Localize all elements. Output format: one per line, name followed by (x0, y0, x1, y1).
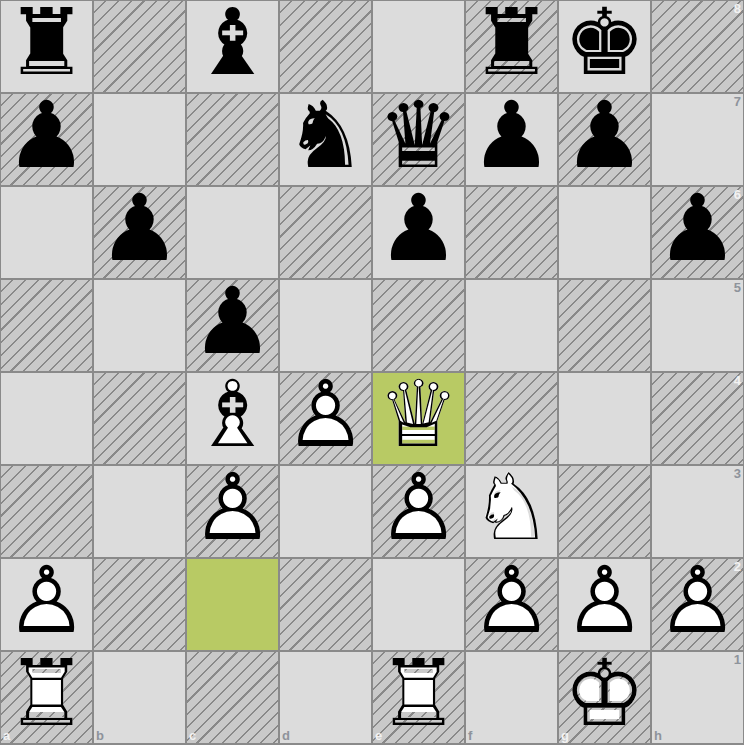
rank-label-8: 8 (734, 2, 741, 15)
rank-label-7: 7 (734, 95, 741, 108)
black-queen-icon[interactable]: ♛ (372, 93, 465, 186)
white-knight-icon[interactable]: ♞♘ (465, 465, 558, 558)
square-b4[interactable] (93, 372, 186, 465)
square-b2[interactable] (93, 558, 186, 651)
rank-label-1: 1 (734, 653, 741, 666)
square-e7[interactable]: ♛ (372, 93, 465, 186)
square-a7[interactable]: ♟ (0, 93, 93, 186)
file-label-f: f (468, 729, 472, 742)
square-a4[interactable] (0, 372, 93, 465)
square-h1[interactable]: h1 (651, 651, 744, 744)
white-pawn-icon[interactable]: ♟♙ (0, 558, 93, 651)
square-d2[interactable] (279, 558, 372, 651)
square-h2[interactable]: ♟♙2 (651, 558, 744, 651)
black-bishop-icon[interactable]: ♝ (186, 0, 279, 93)
black-pawn-icon[interactable]: ♟ (93, 186, 186, 279)
square-h5[interactable]: 5 (651, 279, 744, 372)
square-d5[interactable] (279, 279, 372, 372)
square-e5[interactable] (372, 279, 465, 372)
square-g5[interactable] (558, 279, 651, 372)
square-c3[interactable]: ♟♙ (186, 465, 279, 558)
square-a8[interactable]: ♜ (0, 0, 93, 93)
white-pawn-icon[interactable]: ♟♙ (186, 465, 279, 558)
square-e8[interactable] (372, 0, 465, 93)
square-d4[interactable]: ♟♙ (279, 372, 372, 465)
square-f8[interactable]: ♜ (465, 0, 558, 93)
square-h7[interactable]: 7 (651, 93, 744, 186)
square-h8[interactable]: 8 (651, 0, 744, 93)
square-b7[interactable] (93, 93, 186, 186)
square-c1[interactable]: c (186, 651, 279, 744)
square-g2[interactable]: ♟♙ (558, 558, 651, 651)
file-label-b: b (96, 729, 104, 742)
square-g6[interactable] (558, 186, 651, 279)
square-d6[interactable] (279, 186, 372, 279)
square-d8[interactable] (279, 0, 372, 93)
white-bishop-icon[interactable]: ♝♗ (186, 372, 279, 465)
rank-label-5: 5 (734, 281, 741, 294)
square-b5[interactable] (93, 279, 186, 372)
file-label-h: h (654, 729, 662, 742)
square-c5[interactable]: ♟ (186, 279, 279, 372)
black-king-icon[interactable]: ♚ (558, 0, 651, 93)
square-e2[interactable] (372, 558, 465, 651)
white-pawn-icon[interactable]: ♟♙ (279, 372, 372, 465)
rank-label-3: 3 (734, 467, 741, 480)
chess-board: ♜♝♜♚8♟♞♛♟♟7♟♟♟6♟5♝♗♟♙♛♕4♟♙♟♙♞♘3♟♙♟♙♟♙♟♙2… (0, 0, 744, 745)
square-f4[interactable] (465, 372, 558, 465)
black-pawn-icon[interactable]: ♟ (186, 279, 279, 372)
square-a2[interactable]: ♟♙ (0, 558, 93, 651)
square-h4[interactable]: 4 (651, 372, 744, 465)
square-f2[interactable]: ♟♙ (465, 558, 558, 651)
square-f6[interactable] (465, 186, 558, 279)
square-a5[interactable] (0, 279, 93, 372)
square-f7[interactable]: ♟ (465, 93, 558, 186)
square-b1[interactable]: b (93, 651, 186, 744)
square-f1[interactable]: f (465, 651, 558, 744)
square-f3[interactable]: ♞♘ (465, 465, 558, 558)
white-pawn-icon[interactable]: ♟♙ (465, 558, 558, 651)
black-pawn-icon[interactable]: ♟ (465, 93, 558, 186)
white-pawn-icon[interactable]: ♟♙ (651, 558, 744, 651)
square-g8[interactable]: ♚ (558, 0, 651, 93)
black-knight-icon[interactable]: ♞ (279, 93, 372, 186)
white-pawn-icon[interactable]: ♟♙ (372, 465, 465, 558)
square-e6[interactable]: ♟ (372, 186, 465, 279)
square-a6[interactable] (0, 186, 93, 279)
square-g4[interactable] (558, 372, 651, 465)
black-pawn-icon[interactable]: ♟ (651, 186, 744, 279)
square-b6[interactable]: ♟ (93, 186, 186, 279)
square-e1[interactable]: ♜♖e (372, 651, 465, 744)
square-c6[interactable] (186, 186, 279, 279)
square-e4[interactable]: ♛♕ (372, 372, 465, 465)
file-label-d: d (282, 729, 290, 742)
square-b3[interactable] (93, 465, 186, 558)
square-d7[interactable]: ♞ (279, 93, 372, 186)
white-rook-icon[interactable]: ♜♖ (0, 651, 93, 744)
square-a3[interactable] (0, 465, 93, 558)
square-d1[interactable]: d (279, 651, 372, 744)
square-c2[interactable] (186, 558, 279, 651)
white-rook-icon[interactable]: ♜♖ (372, 651, 465, 744)
white-king-icon[interactable]: ♚♔ (558, 651, 651, 744)
square-g1[interactable]: ♚♔g (558, 651, 651, 744)
black-rook-icon[interactable]: ♜ (0, 0, 93, 93)
square-h6[interactable]: ♟6 (651, 186, 744, 279)
square-d3[interactable] (279, 465, 372, 558)
square-c7[interactable] (186, 93, 279, 186)
square-g7[interactable]: ♟ (558, 93, 651, 186)
square-c8[interactable]: ♝ (186, 0, 279, 93)
white-pawn-icon[interactable]: ♟♙ (558, 558, 651, 651)
black-rook-icon[interactable]: ♜ (465, 0, 558, 93)
square-h3[interactable]: 3 (651, 465, 744, 558)
black-pawn-icon[interactable]: ♟ (0, 93, 93, 186)
square-b8[interactable] (93, 0, 186, 93)
square-f5[interactable] (465, 279, 558, 372)
rank-label-4: 4 (734, 374, 741, 387)
file-label-c: c (189, 729, 196, 742)
square-a1[interactable]: ♜♖a (0, 651, 93, 744)
square-e3[interactable]: ♟♙ (372, 465, 465, 558)
square-c4[interactable]: ♝♗ (186, 372, 279, 465)
square-g3[interactable] (558, 465, 651, 558)
black-pawn-icon[interactable]: ♟ (372, 186, 465, 279)
white-queen-icon[interactable]: ♛♕ (372, 372, 465, 465)
black-pawn-icon[interactable]: ♟ (558, 93, 651, 186)
